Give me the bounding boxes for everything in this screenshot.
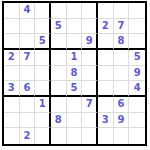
cell-r3c7[interactable] — [98, 34, 114, 50]
cell-r5c1[interactable] — [4, 66, 20, 82]
cell-r6c6[interactable] — [82, 81, 98, 97]
cell-r4c1[interactable]: 2 — [4, 50, 20, 66]
sudoku-app: 452759827158936541768392 — [0, 0, 150, 150]
cell-r7c6[interactable]: 7 — [82, 97, 98, 113]
cell-r6c5[interactable]: 5 — [67, 81, 83, 97]
cell-r7c3[interactable]: 1 — [35, 97, 51, 113]
cell-r4c4[interactable] — [51, 50, 67, 66]
cell-r2c3[interactable] — [35, 19, 51, 35]
cell-r3c6[interactable]: 9 — [82, 34, 98, 50]
cell-r2c8[interactable]: 7 — [114, 19, 130, 35]
cell-r8c8[interactable]: 9 — [114, 113, 130, 129]
cell-r1c9[interactable] — [129, 3, 145, 19]
cell-r1c4[interactable] — [51, 3, 67, 19]
cell-r9c1[interactable] — [4, 128, 20, 144]
cell-r5c8[interactable] — [114, 66, 130, 82]
sudoku-board: 452759827158936541768392 — [2, 1, 147, 146]
cell-r6c3[interactable] — [35, 81, 51, 97]
cell-r3c3[interactable]: 5 — [35, 34, 51, 50]
cell-r4c9[interactable]: 5 — [129, 50, 145, 66]
cell-r4c2[interactable]: 7 — [20, 50, 36, 66]
cell-r5c3[interactable] — [35, 66, 51, 82]
cell-r7c4[interactable] — [51, 97, 67, 113]
cell-r7c5[interactable] — [67, 97, 83, 113]
cell-r8c1[interactable] — [4, 113, 20, 129]
cell-r1c3[interactable] — [35, 3, 51, 19]
cell-r8c5[interactable] — [67, 113, 83, 129]
cell-r3c8[interactable]: 8 — [114, 34, 130, 50]
cell-r1c7[interactable] — [98, 3, 114, 19]
cell-r6c2[interactable]: 6 — [20, 81, 36, 97]
cell-r9c2[interactable]: 2 — [20, 128, 36, 144]
cell-r8c2[interactable] — [20, 113, 36, 129]
cell-r2c9[interactable] — [129, 19, 145, 35]
cell-r6c7[interactable] — [98, 81, 114, 97]
cell-r1c5[interactable] — [67, 3, 83, 19]
cell-r2c2[interactable] — [20, 19, 36, 35]
cell-r5c4[interactable] — [51, 66, 67, 82]
cell-r9c5[interactable] — [67, 128, 83, 144]
cell-r4c5[interactable]: 1 — [67, 50, 83, 66]
cell-r7c9[interactable] — [129, 97, 145, 113]
cell-r9c8[interactable] — [114, 128, 130, 144]
cell-r8c4[interactable]: 8 — [51, 113, 67, 129]
cell-r2c7[interactable]: 2 — [98, 19, 114, 35]
cell-r1c2[interactable]: 4 — [20, 3, 36, 19]
cell-r5c2[interactable] — [20, 66, 36, 82]
cell-r4c8[interactable] — [114, 50, 130, 66]
cell-r5c9[interactable]: 9 — [129, 66, 145, 82]
cell-r8c3[interactable] — [35, 113, 51, 129]
cell-r5c7[interactable] — [98, 66, 114, 82]
cell-r2c6[interactable] — [82, 19, 98, 35]
cell-r1c8[interactable] — [114, 3, 130, 19]
cell-r4c6[interactable] — [82, 50, 98, 66]
cell-r7c2[interactable] — [20, 97, 36, 113]
cell-r9c7[interactable] — [98, 128, 114, 144]
cell-r6c9[interactable]: 4 — [129, 81, 145, 97]
cell-r3c4[interactable] — [51, 34, 67, 50]
cell-r8c6[interactable] — [82, 113, 98, 129]
cell-r2c4[interactable]: 5 — [51, 19, 67, 35]
cell-r6c8[interactable] — [114, 81, 130, 97]
cell-r2c1[interactable] — [4, 19, 20, 35]
cell-r3c9[interactable] — [129, 34, 145, 50]
cell-r7c8[interactable]: 6 — [114, 97, 130, 113]
cell-r3c1[interactable] — [4, 34, 20, 50]
cell-r9c6[interactable] — [82, 128, 98, 144]
cell-r4c3[interactable] — [35, 50, 51, 66]
cell-r6c4[interactable] — [51, 81, 67, 97]
cell-r5c5[interactable]: 8 — [67, 66, 83, 82]
cell-r3c5[interactable] — [67, 34, 83, 50]
cell-r3c2[interactable] — [20, 34, 36, 50]
cell-r8c9[interactable] — [129, 113, 145, 129]
cell-r4c7[interactable] — [98, 50, 114, 66]
cell-r2c5[interactable] — [67, 19, 83, 35]
cell-r9c9[interactable] — [129, 128, 145, 144]
cell-r8c7[interactable]: 3 — [98, 113, 114, 129]
cell-r7c7[interactable] — [98, 97, 114, 113]
cell-r9c4[interactable] — [51, 128, 67, 144]
cell-r1c6[interactable] — [82, 3, 98, 19]
cell-r1c1[interactable] — [4, 3, 20, 19]
cell-r6c1[interactable]: 3 — [4, 81, 20, 97]
cell-r7c1[interactable] — [4, 97, 20, 113]
cell-r5c6[interactable] — [82, 66, 98, 82]
cell-r9c3[interactable] — [35, 128, 51, 144]
